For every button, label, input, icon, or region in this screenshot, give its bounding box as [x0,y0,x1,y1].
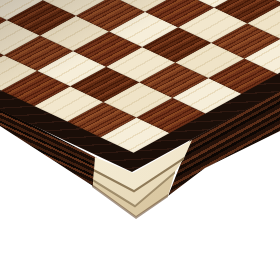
chessboard-product-photo [0,0,280,280]
